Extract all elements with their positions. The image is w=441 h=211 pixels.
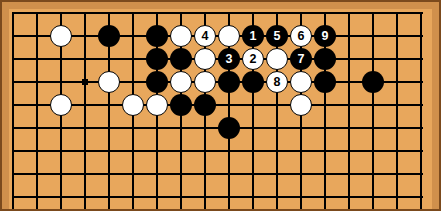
move-number: 4 xyxy=(202,30,209,43)
move-number: 5 xyxy=(274,30,281,43)
move-number: 7 xyxy=(298,53,305,66)
stone-white[interactable] xyxy=(170,71,192,93)
stone-black[interactable] xyxy=(146,48,168,70)
go-diagram: 415693278 xyxy=(0,0,441,211)
stone-white[interactable] xyxy=(146,94,168,116)
move-number: 6 xyxy=(298,30,305,43)
go-board[interactable]: 415693278 xyxy=(9,9,432,209)
stone-black[interactable] xyxy=(146,25,168,47)
stone-black[interactable] xyxy=(314,48,336,70)
stone-black[interactable]: 3 xyxy=(218,48,240,70)
stone-black[interactable] xyxy=(170,48,192,70)
stone-white[interactable] xyxy=(50,25,72,47)
stone-black[interactable] xyxy=(362,71,384,93)
move-number: 9 xyxy=(322,30,329,43)
stone-black[interactable] xyxy=(242,71,264,93)
stone-white[interactable] xyxy=(290,94,312,116)
stone-white[interactable] xyxy=(266,48,288,70)
stone-white[interactable] xyxy=(50,94,72,116)
stone-white[interactable]: 8 xyxy=(266,71,288,93)
stone-white[interactable]: 4 xyxy=(194,25,216,47)
stone-black[interactable] xyxy=(314,71,336,93)
stone-white[interactable] xyxy=(218,25,240,47)
stone-white[interactable] xyxy=(194,71,216,93)
stone-white[interactable] xyxy=(98,71,120,93)
stones-grid: 415693278 xyxy=(1,2,433,209)
move-number: 1 xyxy=(250,30,257,43)
stone-black[interactable]: 9 xyxy=(314,25,336,47)
stone-white[interactable]: 6 xyxy=(290,25,312,47)
move-number: 8 xyxy=(274,76,281,89)
move-number: 2 xyxy=(250,53,257,66)
move-number: 3 xyxy=(226,53,233,66)
stone-white[interactable] xyxy=(194,48,216,70)
stone-black[interactable]: 5 xyxy=(266,25,288,47)
stone-white[interactable] xyxy=(290,71,312,93)
stone-black[interactable] xyxy=(170,94,192,116)
stone-black[interactable] xyxy=(146,71,168,93)
stone-white[interactable] xyxy=(170,25,192,47)
stone-white[interactable] xyxy=(122,94,144,116)
stone-white[interactable]: 2 xyxy=(242,48,264,70)
stone-black[interactable] xyxy=(218,117,240,139)
stone-black[interactable] xyxy=(194,94,216,116)
stone-black[interactable] xyxy=(98,25,120,47)
stone-black[interactable] xyxy=(218,71,240,93)
stone-black[interactable]: 1 xyxy=(242,25,264,47)
stone-black[interactable]: 7 xyxy=(290,48,312,70)
